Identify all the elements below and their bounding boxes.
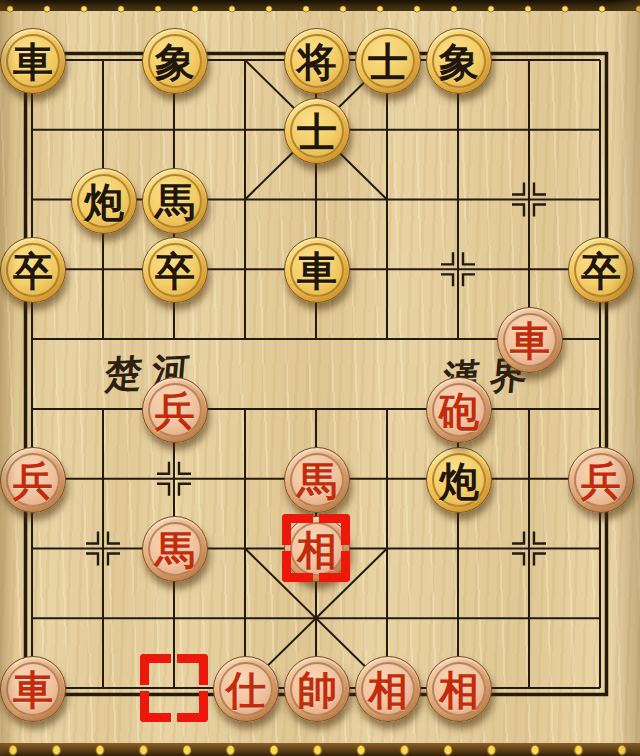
piece-red-cannon[interactable]: 砲 — [426, 377, 492, 443]
piece-character: 卒 — [13, 251, 53, 291]
piece-black-general[interactable]: 将 — [284, 28, 350, 94]
piece-character: 帥 — [297, 670, 337, 710]
piece-black-soldier[interactable]: 卒 — [568, 237, 634, 303]
piece-red-soldier[interactable]: 兵 — [0, 447, 66, 513]
piece-character: 馬 — [155, 182, 195, 222]
piece-red-soldier[interactable]: 兵 — [568, 447, 634, 513]
piece-black-horse[interactable]: 馬 — [142, 168, 208, 234]
piece-character: 車 — [13, 42, 53, 82]
piece-red-soldier[interactable]: 兵 — [142, 377, 208, 443]
piece-black-chariot[interactable]: 車 — [0, 28, 66, 94]
piece-character: 車 — [297, 251, 337, 291]
piece-character: 将 — [297, 42, 337, 82]
piece-character: 象 — [155, 42, 195, 82]
piece-character: 馬 — [297, 461, 337, 501]
piece-red-horse[interactable]: 馬 — [142, 516, 208, 582]
piece-character: 炮 — [439, 461, 479, 501]
piece-red-general[interactable]: 帥 — [284, 656, 350, 722]
piece-character: 卒 — [581, 251, 621, 291]
piece-character: 炮 — [84, 182, 124, 222]
piece-character: 砲 — [439, 391, 479, 431]
piece-character: 相 — [297, 530, 337, 570]
piece-black-soldier[interactable]: 卒 — [0, 237, 66, 303]
piece-character: 相 — [439, 670, 479, 710]
piece-red-advisor[interactable]: 相 — [355, 656, 421, 722]
piece-red-advisor[interactable]: 仕 — [213, 656, 279, 722]
piece-character: 馬 — [155, 530, 195, 570]
piece-black-advisor[interactable]: 士 — [355, 28, 421, 94]
piece-character: 士 — [297, 112, 337, 152]
piece-black-elephant[interactable]: 象 — [426, 28, 492, 94]
piece-character: 相 — [368, 670, 408, 710]
piece-black-soldier[interactable]: 卒 — [142, 237, 208, 303]
piece-character: 仕 — [226, 670, 266, 710]
piece-red-chariot[interactable]: 車 — [0, 656, 66, 722]
piece-character: 士 — [368, 42, 408, 82]
piece-black-cannon[interactable]: 炮 — [426, 447, 492, 513]
piece-black-cannon[interactable]: 炮 — [71, 168, 137, 234]
piece-black-elephant[interactable]: 象 — [142, 28, 208, 94]
piece-character: 卒 — [155, 251, 195, 291]
piece-character: 兵 — [581, 461, 621, 501]
board-frame-bottom — [0, 743, 640, 756]
piece-red-chariot[interactable]: 車 — [497, 307, 563, 373]
piece-character: 兵 — [155, 391, 195, 431]
piece-red-elephant[interactable]: 相 — [426, 656, 492, 722]
piece-black-advisor[interactable]: 士 — [284, 98, 350, 164]
piece-red-horse[interactable]: 馬 — [284, 447, 350, 513]
piece-black-chariot[interactable]: 車 — [284, 237, 350, 303]
board-frame-top — [0, 0, 640, 11]
piece-red-elephant[interactable]: 相 — [284, 516, 350, 582]
xiangqi-board[interactable]: 楚河 漢界 車象将士象士炮馬卒卒車卒炮車兵砲兵馬兵馬相車仕帥相相 — [0, 0, 640, 756]
move-origin-marker — [140, 654, 208, 722]
piece-character: 車 — [13, 670, 53, 710]
piece-character: 兵 — [13, 461, 53, 501]
piece-character: 象 — [439, 42, 479, 82]
piece-character: 車 — [510, 321, 550, 361]
